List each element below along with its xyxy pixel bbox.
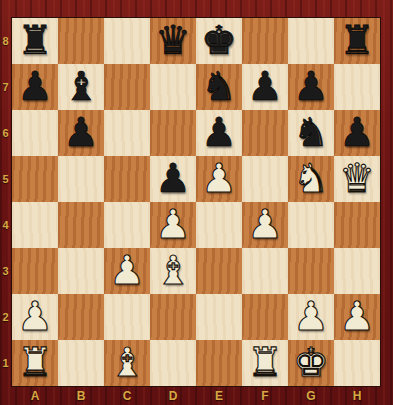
piece-black-pawn[interactable]: ♟ [339,112,375,152]
rank-label-8: 8 [0,18,11,64]
square-d4[interactable]: ♟ [150,202,196,248]
piece-black-rook[interactable]: ♜ [17,20,53,60]
square-h5[interactable]: ♛ [334,156,380,202]
piece-white-bishop[interactable]: ♝ [155,250,191,290]
file-label-c: C [104,387,150,405]
square-c3[interactable]: ♟ [104,248,150,294]
square-g2[interactable]: ♟ [288,294,334,340]
square-c2[interactable] [104,294,150,340]
square-g3[interactable] [288,248,334,294]
square-b3[interactable] [58,248,104,294]
square-e7[interactable]: ♞ [196,64,242,110]
square-g5[interactable]: ♞ [288,156,334,202]
square-e4[interactable] [196,202,242,248]
square-a6[interactable] [12,110,58,156]
piece-black-knight[interactable]: ♞ [293,112,329,152]
rank-label-3: 3 [0,248,11,294]
square-f4[interactable]: ♟ [242,202,288,248]
square-h7[interactable] [334,64,380,110]
square-e8[interactable]: ♚ [196,18,242,64]
square-b4[interactable] [58,202,104,248]
piece-white-knight[interactable]: ♞ [293,158,329,198]
square-a8[interactable]: ♜ [12,18,58,64]
file-label-b: B [58,387,104,405]
square-a3[interactable] [12,248,58,294]
square-d7[interactable] [150,64,196,110]
file-label-f: F [242,387,288,405]
piece-black-pawn[interactable]: ♟ [201,112,237,152]
square-b2[interactable] [58,294,104,340]
square-h8[interactable]: ♜ [334,18,380,64]
piece-black-knight[interactable]: ♞ [201,66,237,106]
piece-black-pawn[interactable]: ♟ [155,158,191,198]
square-d5[interactable]: ♟ [150,156,196,202]
square-g7[interactable]: ♟ [288,64,334,110]
piece-black-pawn[interactable]: ♟ [293,66,329,106]
square-c6[interactable] [104,110,150,156]
square-g4[interactable] [288,202,334,248]
piece-black-pawn[interactable]: ♟ [17,66,53,106]
square-b1[interactable] [58,340,104,386]
square-a2[interactable]: ♟ [12,294,58,340]
rank-label-5: 5 [0,156,11,202]
chess-board: ♜♛♚♜♟♝♞♟♟♟♟♞♟♟♟♞♛♟♟♟♝♟♟♟♜♝♜♚ [11,17,381,387]
square-h4[interactable] [334,202,380,248]
rank-label-2: 2 [0,294,11,340]
square-e6[interactable]: ♟ [196,110,242,156]
square-f8[interactable] [242,18,288,64]
square-g1[interactable]: ♚ [288,340,334,386]
piece-white-king[interactable]: ♚ [293,342,329,382]
square-d3[interactable]: ♝ [150,248,196,294]
piece-black-king[interactable]: ♚ [201,20,237,60]
square-a1[interactable]: ♜ [12,340,58,386]
piece-white-pawn[interactable]: ♟ [155,204,191,244]
file-label-d: D [150,387,196,405]
square-e5[interactable]: ♟ [196,156,242,202]
square-a4[interactable] [12,202,58,248]
rank-label-6: 6 [0,110,11,156]
square-f3[interactable] [242,248,288,294]
piece-white-pawn[interactable]: ♟ [109,250,145,290]
piece-black-bishop[interactable]: ♝ [63,66,99,106]
piece-white-queen[interactable]: ♛ [339,158,375,198]
piece-white-pawn[interactable]: ♟ [201,158,237,198]
piece-white-pawn[interactable]: ♟ [293,296,329,336]
square-f2[interactable] [242,294,288,340]
square-d8[interactable]: ♛ [150,18,196,64]
square-c4[interactable] [104,202,150,248]
file-label-h: H [334,387,380,405]
square-f7[interactable]: ♟ [242,64,288,110]
piece-black-queen[interactable]: ♛ [155,20,191,60]
piece-black-rook[interactable]: ♜ [339,20,375,60]
square-b5[interactable] [58,156,104,202]
square-h3[interactable] [334,248,380,294]
rank-label-7: 7 [0,64,11,110]
piece-white-pawn[interactable]: ♟ [339,296,375,336]
rank-label-1: 1 [0,340,11,386]
square-b6[interactable]: ♟ [58,110,104,156]
square-d2[interactable] [150,294,196,340]
square-b7[interactable]: ♝ [58,64,104,110]
square-g8[interactable] [288,18,334,64]
square-a5[interactable] [12,156,58,202]
square-g6[interactable]: ♞ [288,110,334,156]
rank-label-4: 4 [0,202,11,248]
square-e1[interactable] [196,340,242,386]
square-a7[interactable]: ♟ [12,64,58,110]
square-c5[interactable] [104,156,150,202]
square-h6[interactable]: ♟ [334,110,380,156]
square-b8[interactable] [58,18,104,64]
piece-white-rook[interactable]: ♜ [17,342,53,382]
piece-white-bishop[interactable]: ♝ [109,342,145,382]
square-e2[interactable] [196,294,242,340]
square-f1[interactable]: ♜ [242,340,288,386]
board-frame: ♜♛♚♜♟♝♞♟♟♟♟♞♟♟♟♞♛♟♟♟♝♟♟♟♜♝♜♚ 87654321 AB… [0,0,393,405]
square-d1[interactable] [150,340,196,386]
file-label-e: E [196,387,242,405]
square-f5[interactable] [242,156,288,202]
piece-white-rook[interactable]: ♜ [247,342,283,382]
square-f6[interactable] [242,110,288,156]
square-c7[interactable] [104,64,150,110]
square-c1[interactable]: ♝ [104,340,150,386]
piece-black-pawn[interactable]: ♟ [247,66,283,106]
square-c8[interactable] [104,18,150,64]
piece-black-pawn[interactable]: ♟ [63,112,99,152]
square-h1[interactable] [334,340,380,386]
square-e3[interactable] [196,248,242,294]
piece-white-pawn[interactable]: ♟ [17,296,53,336]
file-label-a: A [12,387,58,405]
square-h2[interactable]: ♟ [334,294,380,340]
piece-white-pawn[interactable]: ♟ [247,204,283,244]
file-label-g: G [288,387,334,405]
square-d6[interactable] [150,110,196,156]
